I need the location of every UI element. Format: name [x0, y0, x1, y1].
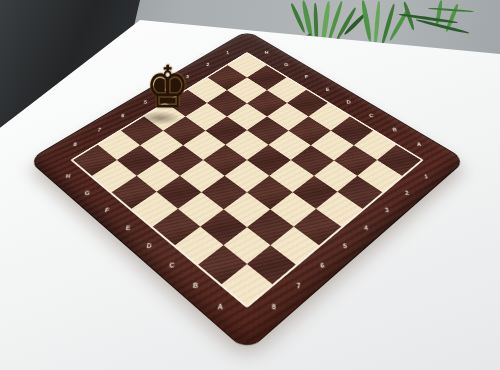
coord-label-rank-6-left: 6 — [117, 112, 128, 120]
coord-label-rank-4-right: 4 — [360, 222, 372, 233]
coord-label-file-g-near: G — [81, 188, 93, 198]
plant-leaf — [380, 3, 396, 46]
coord-label-file-h-far: H — [262, 49, 271, 56]
coord-label-rank-6-right: 6 — [316, 259, 328, 271]
coord-label-file-b-far: B — [389, 125, 400, 134]
plant-leaf — [435, 0, 443, 26]
coord-label-rank-2-right: 2 — [401, 188, 413, 198]
coord-label-file-a-far: A — [413, 140, 425, 149]
coord-label-file-e-near: E — [122, 222, 134, 233]
coord-label-rank-1-right: 1 — [420, 172, 432, 182]
coord-label-rank-7-left: 7 — [94, 125, 105, 134]
coord-label-file-g-far: G — [282, 61, 291, 68]
coord-label-file-h-near: H — [62, 172, 74, 182]
coord-label-rank-3-right: 3 — [381, 205, 393, 215]
coord-label-rank-1-left: 1 — [223, 49, 232, 56]
coord-label-rank-7-right: 7 — [293, 279, 305, 291]
coord-label-file-c-near: C — [166, 259, 178, 271]
coord-label-rank-8-left: 8 — [69, 140, 81, 149]
black-king-piece[interactable]: ♚ — [145, 56, 184, 120]
coord-label-file-b-near: B — [189, 279, 201, 291]
coord-label-file-a-near: A — [214, 300, 226, 313]
coord-label-rank-2-left: 2 — [203, 61, 212, 68]
coord-label-file-e-far: E — [322, 85, 332, 93]
scene: HH11GG22FF33EE44DD55CC66BB77AA88 ♚ — [0, 0, 500, 370]
plant-leaf — [373, 1, 381, 47]
coord-label-file-f-far: F — [302, 73, 312, 80]
coord-label-rank-5-right: 5 — [338, 240, 350, 251]
coord-label-file-f-near: F — [101, 205, 113, 215]
coord-label-file-c-far: C — [366, 112, 377, 120]
coord-label-file-d-near: D — [143, 240, 155, 251]
coord-label-rank-8-right: 8 — [268, 300, 280, 313]
coord-label-file-d-far: D — [344, 98, 354, 106]
plant-leaf — [360, 0, 372, 42]
